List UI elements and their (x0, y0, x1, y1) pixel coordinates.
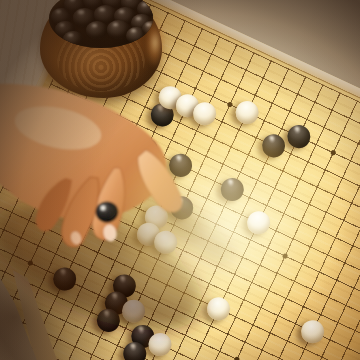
bowl-opening (49, 0, 154, 48)
bowl-black-stone (86, 21, 108, 39)
bottom-left-corner (0, 218, 92, 360)
go-photo-scene (0, 0, 360, 360)
stone-bowl (40, 0, 162, 98)
bowl-black-stone (63, 31, 83, 47)
